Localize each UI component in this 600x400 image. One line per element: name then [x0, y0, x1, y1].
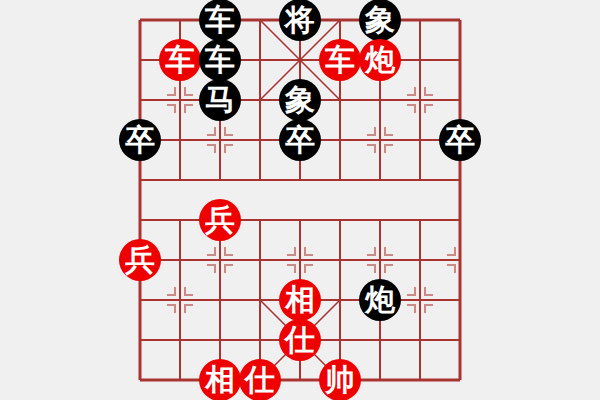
piece-red-chariot[interactable]: 车 — [159, 39, 201, 81]
xiangqi-screenshot-root: 车将象车车车炮马象卒卒卒兵兵相炮仕相仕帅 — [0, 0, 600, 400]
piece-red-general[interactable]: 帅 — [319, 359, 361, 400]
piece-black-general[interactable]: 将 — [279, 0, 321, 41]
xiangqi-board: 车将象车车车炮马象卒卒卒兵兵相炮仕相仕帅 — [120, 0, 480, 400]
piece-black-chariot[interactable]: 车 — [199, 39, 241, 81]
piece-red-soldier[interactable]: 兵 — [119, 239, 161, 281]
piece-black-soldier[interactable]: 卒 — [439, 119, 481, 161]
piece-red-chariot[interactable]: 车 — [319, 39, 361, 81]
piece-red-elephant[interactable]: 相 — [199, 359, 241, 400]
piece-black-cannon[interactable]: 炮 — [359, 279, 401, 321]
piece-red-soldier[interactable]: 兵 — [199, 199, 241, 241]
piece-red-cannon[interactable]: 炮 — [359, 39, 401, 81]
piece-red-advisor[interactable]: 仕 — [279, 319, 321, 361]
piece-red-advisor[interactable]: 仕 — [239, 359, 281, 400]
piece-black-elephant[interactable]: 象 — [279, 79, 321, 121]
piece-red-elephant[interactable]: 相 — [279, 279, 321, 321]
piece-black-elephant[interactable]: 象 — [359, 0, 401, 41]
piece-black-soldier[interactable]: 卒 — [279, 119, 321, 161]
piece-black-chariot[interactable]: 车 — [199, 0, 241, 41]
piece-black-horse[interactable]: 马 — [199, 79, 241, 121]
piece-black-soldier[interactable]: 卒 — [119, 119, 161, 161]
